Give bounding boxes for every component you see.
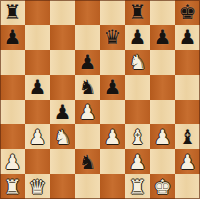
square-f2[interactable]: ♟ bbox=[125, 149, 150, 174]
square-e4[interactable] bbox=[100, 100, 125, 125]
square-b8[interactable] bbox=[25, 0, 50, 25]
square-h2[interactable]: ♟ bbox=[175, 149, 200, 174]
black-bishop-h3: ♝ bbox=[179, 127, 197, 147]
square-h4[interactable] bbox=[175, 100, 200, 125]
square-g4[interactable] bbox=[150, 100, 175, 125]
square-d4[interactable]: ♟ bbox=[75, 100, 100, 125]
square-f6[interactable]: ♞ bbox=[125, 50, 150, 75]
square-d7[interactable] bbox=[75, 25, 100, 50]
square-f1[interactable]: ♜ bbox=[125, 174, 150, 199]
square-g6[interactable] bbox=[150, 50, 175, 75]
chess-board: ♜♜♚♟♛♟♟♟♟♞♟♞♟♟♟♟♞♟♝♟♝♟♞♟♟♜♛♜♚ bbox=[0, 0, 200, 199]
white-pawn-g3: ♟ bbox=[154, 127, 172, 147]
white-knight-f6: ♞ bbox=[129, 52, 147, 72]
black-pawn-d6: ♟ bbox=[79, 52, 97, 72]
square-g5[interactable] bbox=[150, 75, 175, 100]
square-e7[interactable]: ♛ bbox=[100, 25, 125, 50]
square-e3[interactable]: ♟ bbox=[100, 124, 125, 149]
square-d1[interactable] bbox=[75, 174, 100, 199]
square-h5[interactable] bbox=[175, 75, 200, 100]
square-c3[interactable]: ♞ bbox=[50, 124, 75, 149]
white-pawn-e3: ♟ bbox=[104, 127, 122, 147]
white-queen-b1: ♛ bbox=[29, 177, 47, 197]
square-e8[interactable] bbox=[100, 0, 125, 25]
square-b5[interactable]: ♟ bbox=[25, 75, 50, 100]
square-c8[interactable] bbox=[50, 0, 75, 25]
square-d3[interactable] bbox=[75, 124, 100, 149]
square-b2[interactable] bbox=[25, 149, 50, 174]
black-pawn-e5: ♟ bbox=[104, 77, 122, 97]
square-g3[interactable]: ♟ bbox=[150, 124, 175, 149]
chess-board-wrapper: ♜♜♚♟♛♟♟♟♟♞♟♞♟♟♟♟♞♟♝♟♝♟♞♟♟♜♛♜♚ bbox=[0, 0, 200, 199]
square-b6[interactable] bbox=[25, 50, 50, 75]
square-b4[interactable] bbox=[25, 100, 50, 125]
square-a4[interactable] bbox=[0, 100, 25, 125]
square-a8[interactable]: ♜ bbox=[0, 0, 25, 25]
black-pawn-b5: ♟ bbox=[29, 77, 47, 97]
square-e6[interactable] bbox=[100, 50, 125, 75]
square-h8[interactable]: ♚ bbox=[175, 0, 200, 25]
black-knight-d2: ♞ bbox=[79, 152, 97, 172]
square-b7[interactable] bbox=[25, 25, 50, 50]
square-g1[interactable]: ♚ bbox=[150, 174, 175, 199]
black-rook-f8: ♜ bbox=[129, 2, 147, 22]
square-d6[interactable]: ♟ bbox=[75, 50, 100, 75]
white-pawn-a2: ♟ bbox=[4, 152, 22, 172]
square-a1[interactable]: ♜ bbox=[0, 174, 25, 199]
square-e5[interactable]: ♟ bbox=[100, 75, 125, 100]
square-b3[interactable]: ♟ bbox=[25, 124, 50, 149]
black-knight-d5: ♞ bbox=[79, 77, 97, 97]
square-h3[interactable]: ♝ bbox=[175, 124, 200, 149]
square-c7[interactable] bbox=[50, 25, 75, 50]
white-king-g1: ♚ bbox=[154, 177, 172, 197]
square-f5[interactable] bbox=[125, 75, 150, 100]
white-bishop-f3: ♝ bbox=[129, 127, 147, 147]
square-e1[interactable] bbox=[100, 174, 125, 199]
square-d2[interactable]: ♞ bbox=[75, 149, 100, 174]
black-king-h8: ♚ bbox=[179, 2, 197, 22]
white-pawn-f2: ♟ bbox=[129, 152, 147, 172]
square-f4[interactable] bbox=[125, 100, 150, 125]
square-c2[interactable] bbox=[50, 149, 75, 174]
square-g2[interactable] bbox=[150, 149, 175, 174]
square-a7[interactable]: ♟ bbox=[0, 25, 25, 50]
black-rook-a8: ♜ bbox=[4, 2, 22, 22]
square-g8[interactable] bbox=[150, 0, 175, 25]
white-pawn-h2: ♟ bbox=[179, 152, 197, 172]
black-pawn-c4: ♟ bbox=[54, 102, 72, 122]
white-knight-c3: ♞ bbox=[54, 127, 72, 147]
square-a5[interactable] bbox=[0, 75, 25, 100]
black-pawn-h7: ♟ bbox=[179, 27, 197, 47]
white-rook-f1: ♜ bbox=[129, 177, 147, 197]
square-h7[interactable]: ♟ bbox=[175, 25, 200, 50]
white-rook-a1: ♜ bbox=[4, 177, 22, 197]
square-a6[interactable] bbox=[0, 50, 25, 75]
black-pawn-g7: ♟ bbox=[154, 27, 172, 47]
square-c4[interactable]: ♟ bbox=[50, 100, 75, 125]
square-g7[interactable]: ♟ bbox=[150, 25, 175, 50]
square-d8[interactable] bbox=[75, 0, 100, 25]
square-a3[interactable] bbox=[0, 124, 25, 149]
black-pawn-f7: ♟ bbox=[129, 27, 147, 47]
square-f8[interactable]: ♜ bbox=[125, 0, 150, 25]
square-e2[interactable] bbox=[100, 149, 125, 174]
square-c5[interactable] bbox=[50, 75, 75, 100]
square-d5[interactable]: ♞ bbox=[75, 75, 100, 100]
white-pawn-b3: ♟ bbox=[29, 127, 47, 147]
square-c1[interactable] bbox=[50, 174, 75, 199]
black-pawn-a7: ♟ bbox=[4, 27, 22, 47]
square-a2[interactable]: ♟ bbox=[0, 149, 25, 174]
square-h6[interactable] bbox=[175, 50, 200, 75]
square-c6[interactable] bbox=[50, 50, 75, 75]
square-f3[interactable]: ♝ bbox=[125, 124, 150, 149]
white-pawn-d4: ♟ bbox=[79, 102, 97, 122]
black-queen-e7: ♛ bbox=[104, 27, 122, 47]
square-h1[interactable] bbox=[175, 174, 200, 199]
square-f7[interactable]: ♟ bbox=[125, 25, 150, 50]
square-b1[interactable]: ♛ bbox=[25, 174, 50, 199]
